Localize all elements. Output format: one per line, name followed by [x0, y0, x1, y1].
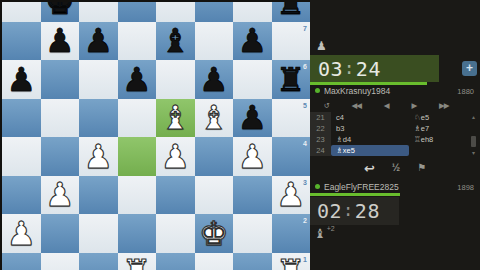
square-h7[interactable]: 7 — [272, 22, 311, 61]
square-c2[interactable] — [79, 214, 118, 253]
top-player-row[interactable]: MaxKrasnuy1984 1880 — [310, 85, 480, 97]
piece-white-bishop[interactable]: ♝ — [156, 99, 195, 138]
square-g8[interactable] — [233, 0, 272, 22]
square-e7[interactable]: ♝ — [156, 22, 195, 61]
square-f3[interactable] — [195, 176, 234, 215]
move-black[interactable]: ♖eh8 — [409, 134, 473, 145]
square-h4[interactable]: 4 — [272, 137, 311, 176]
square-e8[interactable] — [156, 0, 195, 22]
square-c1[interactable] — [79, 253, 118, 270]
clock-seconds: 28 — [355, 199, 380, 223]
move-black[interactable] — [409, 145, 473, 156]
move-number: 24 — [310, 145, 331, 156]
square-g7[interactable]: ♟ — [233, 22, 272, 61]
square-h1[interactable]: 1♜ — [272, 253, 311, 270]
move-black[interactable]: ♗e7 — [409, 123, 473, 134]
square-e1[interactable] — [156, 253, 195, 270]
square-f7[interactable] — [195, 22, 234, 61]
draw-offer-button[interactable]: ½ — [392, 163, 400, 173]
move-number: 21 — [310, 112, 331, 123]
move-black[interactable]: ♘e5 — [409, 112, 473, 123]
piece-black-pawn[interactable]: ♟ — [233, 99, 272, 138]
first-move-icon[interactable]: ◀◀ — [351, 102, 361, 110]
square-b1[interactable] — [41, 253, 80, 270]
square-b3[interactable]: ♟ — [41, 176, 80, 215]
move-white[interactable]: b3 — [331, 123, 409, 134]
captured-pieces-top: ♟ — [316, 40, 327, 52]
square-d3[interactable] — [118, 176, 157, 215]
resign-button[interactable]: ⚑ — [417, 163, 426, 173]
square-a5[interactable] — [2, 99, 41, 138]
move-row: 23♗d4♖eh8 — [310, 134, 473, 145]
square-d8[interactable] — [118, 0, 157, 22]
square-d4[interactable] — [118, 137, 157, 176]
square-b4[interactable] — [41, 137, 80, 176]
top-player-name[interactable]: MaxKrasnuy1984 — [324, 86, 390, 96]
top-player-clock: 03:24 — [310, 55, 439, 82]
board-top-edge — [0, 0, 310, 2]
chess-board-area: ♚8♜♟♟♝♟7♟♟♟6♜♝♝♟5♟♟♟4♟3♟♟♚2♜1♜ — [0, 0, 310, 270]
takeback-button[interactable]: ↩ — [364, 162, 375, 175]
square-e3[interactable] — [156, 176, 195, 215]
square-g6[interactable] — [233, 60, 272, 99]
piece-white-pawn[interactable]: ♟ — [2, 214, 41, 253]
rank-label: 4 — [303, 140, 307, 147]
piece-black-pawn[interactable]: ♟ — [118, 60, 157, 99]
piece-white-pawn[interactable]: ♟ — [156, 137, 195, 176]
square-a3[interactable] — [2, 176, 41, 215]
bottom-player-name[interactable]: EagleFlyFREE2825 — [324, 182, 399, 192]
square-b8[interactable]: ♚ — [41, 0, 80, 22]
online-dot — [315, 184, 320, 189]
move-list-scrollbar: ▴ ▾ — [469, 112, 478, 158]
bottom-player-time-bar — [310, 193, 400, 196]
square-d6[interactable]: ♟ — [118, 60, 157, 99]
square-c7[interactable]: ♟ — [79, 22, 118, 61]
square-a8[interactable] — [2, 0, 41, 22]
clock-colon: : — [343, 200, 354, 220]
square-f8[interactable] — [195, 0, 234, 22]
piece-black-pawn[interactable]: ♟ — [79, 22, 118, 61]
move-number: 22 — [310, 123, 331, 134]
square-g4[interactable]: ♟ — [233, 137, 272, 176]
piece-black-rook[interactable]: ♜ — [272, 0, 311, 22]
square-h5[interactable]: 5 — [272, 99, 311, 138]
material-score: +2 — [327, 225, 335, 232]
square-c5[interactable] — [79, 99, 118, 138]
move-row: 22b3♗e7 — [310, 123, 473, 134]
piece-white-pawn[interactable]: ♟ — [79, 137, 118, 176]
bottom-player-clock: 02:28 — [310, 197, 399, 225]
square-f2[interactable]: ♚ — [195, 214, 234, 253]
move-number: 23 — [310, 134, 331, 145]
chess-board[interactable]: ♚8♜♟♟♝♟7♟♟♟6♜♝♝♟5♟♟♟4♟3♟♟♚2♜1♜ — [2, 0, 310, 270]
clock-minutes: 02 — [317, 199, 342, 223]
square-b6[interactable] — [41, 60, 80, 99]
move-row: 24♗xe5 — [310, 145, 473, 156]
piece-white-rook[interactable]: ♜ — [118, 253, 157, 270]
move-white[interactable]: c4 — [331, 112, 409, 123]
square-a2[interactable]: ♟ — [2, 214, 41, 253]
square-f1[interactable] — [195, 253, 234, 270]
square-d7[interactable] — [118, 22, 157, 61]
rank-label: 2 — [303, 217, 307, 224]
give-more-time-button[interactable]: + — [462, 61, 477, 76]
square-d2[interactable] — [118, 214, 157, 253]
piece-white-king[interactable]: ♚ — [195, 214, 234, 253]
scroll-down-icon[interactable]: ▾ — [469, 150, 478, 156]
lichess-game-screen: ♚8♜♟♟♝♟7♟♟♟6♜♝♝♟5♟♟♟4♟3♟♟♚2♜1♜ ♟ 03:24 +… — [0, 0, 480, 270]
square-c3[interactable] — [79, 176, 118, 215]
square-b2[interactable] — [41, 214, 80, 253]
square-g2[interactable] — [233, 214, 272, 253]
piece-white-bishop[interactable]: ♝ — [195, 99, 234, 138]
square-f5[interactable]: ♝ — [195, 99, 234, 138]
square-e4[interactable]: ♟ — [156, 137, 195, 176]
square-a1[interactable] — [2, 253, 41, 270]
square-e5[interactable]: ♝ — [156, 99, 195, 138]
game-side-panel: ♟ 03:24 + MaxKrasnuy1984 1880 ↺◀◀◀▶▶▶ 21… — [310, 0, 480, 270]
square-f4[interactable] — [195, 137, 234, 176]
piece-black-pawn[interactable]: ♟ — [195, 60, 234, 99]
square-g5[interactable]: ♟ — [233, 99, 272, 138]
square-d5[interactable] — [118, 99, 157, 138]
rank-label: 6 — [303, 63, 307, 70]
rank-label: 1 — [303, 256, 307, 263]
move-navigation-controls: ↺◀◀◀▶▶▶ — [312, 99, 460, 112]
square-f6[interactable]: ♟ — [195, 60, 234, 99]
clock-colon: : — [344, 57, 355, 77]
square-d1[interactable]: ♜ — [118, 253, 157, 270]
last-move-icon[interactable]: ▶▶ — [439, 102, 449, 110]
scrollbar-thumb[interactable] — [471, 136, 476, 147]
square-g1[interactable] — [233, 253, 272, 270]
captured-bishop-icon: ♝ — [314, 226, 326, 241]
rank-label: 7 — [303, 25, 307, 32]
piece-black-bishop[interactable]: ♝ — [156, 22, 195, 61]
square-b5[interactable] — [41, 99, 80, 138]
next-move-icon[interactable]: ▶ — [411, 102, 416, 110]
square-c6[interactable] — [79, 60, 118, 99]
bottom-player-row[interactable]: EagleFlyFREE2825 1898 — [310, 181, 480, 193]
flip-board-icon[interactable]: ↺ — [323, 102, 328, 110]
move-white[interactable]: ♗xe5 — [331, 145, 409, 156]
clock-minutes: 03 — [318, 57, 343, 81]
rank-label: 3 — [303, 179, 307, 186]
piece-black-king[interactable]: ♚ — [41, 0, 80, 22]
square-b7[interactable]: ♟ — [41, 22, 80, 61]
square-a7[interactable] — [2, 22, 41, 61]
top-player-rating: 1880 — [457, 87, 474, 96]
square-e2[interactable] — [156, 214, 195, 253]
piece-white-pawn[interactable]: ♟ — [41, 176, 80, 215]
clock-seconds: 24 — [356, 57, 381, 81]
square-h6[interactable]: 6♜ — [272, 60, 311, 99]
rank-label: 5 — [303, 102, 307, 109]
move-white[interactable]: ♗d4 — [331, 134, 409, 145]
move-list: 21c4♘e522b3♗e723♗d4♖eh824♗xe5 — [310, 112, 473, 157]
square-c4[interactable]: ♟ — [79, 137, 118, 176]
bottom-player-rating: 1898 — [457, 183, 474, 192]
square-a4[interactable] — [2, 137, 41, 176]
prev-move-icon[interactable]: ◀ — [384, 102, 389, 110]
online-dot — [315, 88, 320, 93]
piece-white-pawn[interactable]: ♟ — [233, 137, 272, 176]
square-h8[interactable]: 8♜ — [272, 0, 311, 22]
square-e6[interactable] — [156, 60, 195, 99]
square-h3[interactable]: 3♟ — [272, 176, 311, 215]
scroll-up-icon[interactable]: ▴ — [469, 114, 478, 120]
square-c8[interactable] — [79, 0, 118, 22]
piece-black-pawn[interactable]: ♟ — [41, 22, 80, 61]
piece-black-pawn[interactable]: ♟ — [2, 60, 41, 99]
square-a6[interactable]: ♟ — [2, 60, 41, 99]
piece-black-pawn[interactable]: ♟ — [233, 22, 272, 61]
game-action-buttons: ↩½⚑ — [310, 159, 480, 177]
square-h2[interactable]: 2 — [272, 214, 311, 253]
move-row: 21c4♘e5 — [310, 112, 473, 123]
square-g3[interactable] — [233, 176, 272, 215]
material-advantage: ♝+2 — [314, 226, 335, 242]
